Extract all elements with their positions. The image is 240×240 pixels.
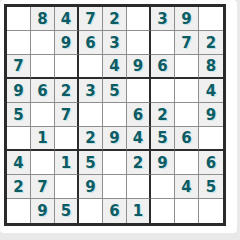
cell-r9-c1[interactable] bbox=[7, 199, 31, 223]
cell-r3-c7: 6 bbox=[151, 55, 175, 79]
cell-r6-c5: 9 bbox=[103, 127, 127, 151]
cell-r9-c6: 1 bbox=[127, 199, 151, 223]
cell-r5-c6: 6 bbox=[127, 103, 151, 127]
cell-r9-c9[interactable] bbox=[199, 199, 223, 223]
cell-r6-c3[interactable] bbox=[55, 127, 79, 151]
cell-r8-c1: 2 bbox=[7, 175, 31, 199]
cell-r3-c4[interactable] bbox=[79, 55, 103, 79]
cell-r1-c5: 2 bbox=[103, 7, 127, 31]
cell-r7-c7: 9 bbox=[151, 151, 175, 175]
cell-r5-c7: 2 bbox=[151, 103, 175, 127]
cell-r4-c1: 9 bbox=[7, 79, 31, 103]
cell-r6-c9[interactable] bbox=[199, 127, 223, 151]
cell-r5-c2[interactable] bbox=[31, 103, 55, 127]
cell-r9-c4[interactable] bbox=[79, 199, 103, 223]
cell-r8-c5[interactable] bbox=[103, 175, 127, 199]
cell-r1-c3: 4 bbox=[55, 7, 79, 31]
cell-r8-c6[interactable] bbox=[127, 175, 151, 199]
cell-r2-c6[interactable] bbox=[127, 31, 151, 55]
cell-r1-c2: 8 bbox=[31, 7, 55, 31]
cell-r9-c3: 5 bbox=[55, 199, 79, 223]
cell-r6-c6: 4 bbox=[127, 127, 151, 151]
sudoku-board: 8472399637274968962354576291294564152962… bbox=[4, 4, 226, 226]
cell-r6-c4: 2 bbox=[79, 127, 103, 151]
sudoku-card: 8472399637274968962354576291294564152962… bbox=[0, 0, 237, 233]
cell-r9-c8[interactable] bbox=[175, 199, 199, 223]
cell-r2-c5: 3 bbox=[103, 31, 127, 55]
cell-r8-c9: 5 bbox=[199, 175, 223, 199]
cell-r6-c1[interactable] bbox=[7, 127, 31, 151]
cell-r2-c1[interactable] bbox=[7, 31, 31, 55]
cell-r5-c8[interactable] bbox=[175, 103, 199, 127]
cell-r5-c5[interactable] bbox=[103, 103, 127, 127]
cell-r1-c6[interactable] bbox=[127, 7, 151, 31]
cell-r3-c1: 7 bbox=[7, 55, 31, 79]
cell-r7-c1: 4 bbox=[7, 151, 31, 175]
cell-r3-c2[interactable] bbox=[31, 55, 55, 79]
cell-r4-c6[interactable] bbox=[127, 79, 151, 103]
cell-r8-c2: 7 bbox=[31, 175, 55, 199]
cell-r1-c7: 3 bbox=[151, 7, 175, 31]
cell-r2-c4: 6 bbox=[79, 31, 103, 55]
cell-r8-c8: 4 bbox=[175, 175, 199, 199]
cell-r3-c3[interactable] bbox=[55, 55, 79, 79]
cell-r2-c8: 7 bbox=[175, 31, 199, 55]
cell-r9-c5: 6 bbox=[103, 199, 127, 223]
cell-r1-c1[interactable] bbox=[7, 7, 31, 31]
cell-r6-c8: 6 bbox=[175, 127, 199, 151]
cell-r8-c4: 9 bbox=[79, 175, 103, 199]
cell-r3-c9: 8 bbox=[199, 55, 223, 79]
cell-r3-c8[interactable] bbox=[175, 55, 199, 79]
cell-r7-c3: 1 bbox=[55, 151, 79, 175]
cell-r1-c4: 7 bbox=[79, 7, 103, 31]
cell-r8-c3[interactable] bbox=[55, 175, 79, 199]
cell-r2-c7[interactable] bbox=[151, 31, 175, 55]
cell-r7-c9: 6 bbox=[199, 151, 223, 175]
cell-r5-c1: 5 bbox=[7, 103, 31, 127]
cell-r5-c9: 9 bbox=[199, 103, 223, 127]
cell-r7-c8[interactable] bbox=[175, 151, 199, 175]
cell-r1-c8: 9 bbox=[175, 7, 199, 31]
cell-r9-c7[interactable] bbox=[151, 199, 175, 223]
cell-r5-c3: 7 bbox=[55, 103, 79, 127]
cell-r7-c5[interactable] bbox=[103, 151, 127, 175]
cell-r3-c6: 9 bbox=[127, 55, 151, 79]
cell-r2-c2[interactable] bbox=[31, 31, 55, 55]
cell-r7-c4: 5 bbox=[79, 151, 103, 175]
cell-r9-c2: 9 bbox=[31, 199, 55, 223]
cell-r6-c2: 1 bbox=[31, 127, 55, 151]
cell-r4-c5: 5 bbox=[103, 79, 127, 103]
cell-r4-c8[interactable] bbox=[175, 79, 199, 103]
cell-r2-c9: 2 bbox=[199, 31, 223, 55]
cell-r1-c9[interactable] bbox=[199, 7, 223, 31]
cell-r7-c6: 2 bbox=[127, 151, 151, 175]
cell-r7-c2[interactable] bbox=[31, 151, 55, 175]
cell-r8-c7[interactable] bbox=[151, 175, 175, 199]
cell-r2-c3: 9 bbox=[55, 31, 79, 55]
cell-r4-c2: 6 bbox=[31, 79, 55, 103]
cell-r4-c4: 3 bbox=[79, 79, 103, 103]
cell-r4-c7[interactable] bbox=[151, 79, 175, 103]
cell-r3-c5: 4 bbox=[103, 55, 127, 79]
cell-r4-c3: 2 bbox=[55, 79, 79, 103]
cell-r4-c9: 4 bbox=[199, 79, 223, 103]
cell-r5-c4[interactable] bbox=[79, 103, 103, 127]
cell-r6-c7: 5 bbox=[151, 127, 175, 151]
